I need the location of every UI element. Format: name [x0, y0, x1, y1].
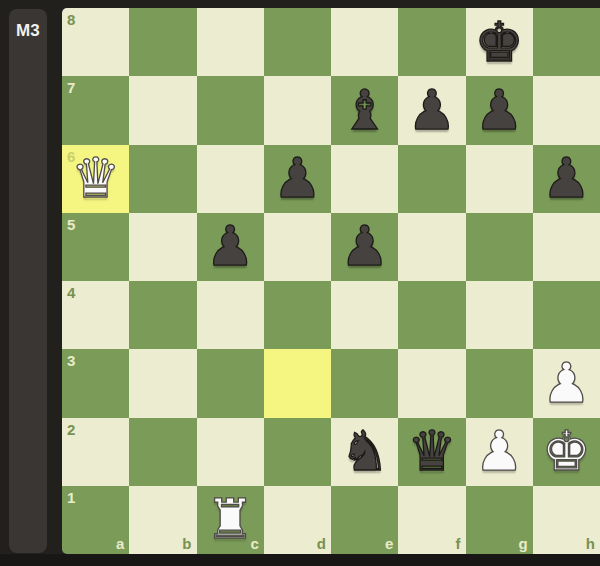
square-h7[interactable] — [533, 76, 600, 144]
square-h8[interactable] — [533, 8, 600, 76]
square-b8[interactable] — [129, 8, 196, 76]
square-d6[interactable]: ♟ — [264, 145, 331, 213]
file-label-d: d — [317, 536, 326, 551]
square-g6[interactable] — [466, 145, 533, 213]
square-f3[interactable] — [398, 349, 465, 417]
square-a6[interactable]: 6♛ — [62, 145, 129, 213]
square-d4[interactable] — [264, 281, 331, 349]
square-d2[interactable] — [264, 418, 331, 486]
square-a3[interactable]: 3 — [62, 349, 129, 417]
square-g7[interactable]: ♟ — [466, 76, 533, 144]
rank-label-2: 2 — [67, 422, 75, 437]
square-f6[interactable] — [398, 145, 465, 213]
file-label-f: f — [456, 536, 461, 551]
square-c1[interactable]: c♜ — [197, 486, 264, 554]
piece-white-king-h2[interactable]: ♚ — [533, 418, 600, 486]
chess-board: 8♚7♝♟♟6♛♟♟5♟♟43♟2♞♛♟♚1abc♜defgh — [62, 8, 600, 554]
square-f1[interactable]: f — [398, 486, 465, 554]
square-c8[interactable] — [197, 8, 264, 76]
file-label-e: e — [385, 536, 393, 551]
square-d3[interactable] — [264, 349, 331, 417]
mate-in-3-badge: M3 — [9, 9, 47, 41]
puzzle-screen: M3 8♚7♝♟♟6♛♟♟5♟♟43♟2♞♛♟♚1abc♜defgh — [0, 0, 600, 566]
square-b5[interactable] — [129, 213, 196, 281]
square-f2[interactable]: ♛ — [398, 418, 465, 486]
square-e1[interactable]: e — [331, 486, 398, 554]
piece-black-bishop-e7[interactable]: ♝ — [331, 76, 398, 144]
square-d7[interactable] — [264, 76, 331, 144]
file-label-b: b — [182, 536, 191, 551]
square-g4[interactable] — [466, 281, 533, 349]
square-e3[interactable] — [331, 349, 398, 417]
rank-label-1: 1 — [67, 490, 75, 505]
square-e2[interactable]: ♞ — [331, 418, 398, 486]
square-a1[interactable]: 1a — [62, 486, 129, 554]
square-f7[interactable]: ♟ — [398, 76, 465, 144]
square-e5[interactable]: ♟ — [331, 213, 398, 281]
square-c3[interactable] — [197, 349, 264, 417]
square-b1[interactable]: b — [129, 486, 196, 554]
piece-black-pawn-c5[interactable]: ♟ — [197, 213, 264, 281]
square-a7[interactable]: 7 — [62, 76, 129, 144]
square-c7[interactable] — [197, 76, 264, 144]
square-f8[interactable] — [398, 8, 465, 76]
square-g8[interactable]: ♚ — [466, 8, 533, 76]
square-g2[interactable]: ♟ — [466, 418, 533, 486]
rank-label-4: 4 — [67, 285, 75, 300]
square-e6[interactable] — [331, 145, 398, 213]
square-e4[interactable] — [331, 281, 398, 349]
square-h2[interactable]: ♚ — [533, 418, 600, 486]
piece-black-pawn-g7[interactable]: ♟ — [466, 76, 533, 144]
square-g3[interactable] — [466, 349, 533, 417]
piece-white-queen-a6[interactable]: ♛ — [62, 145, 129, 213]
rank-label-8: 8 — [67, 12, 75, 27]
square-d5[interactable] — [264, 213, 331, 281]
square-e7[interactable]: ♝ — [331, 76, 398, 144]
square-h6[interactable]: ♟ — [533, 145, 600, 213]
square-a2[interactable]: 2 — [62, 418, 129, 486]
rank-label-7: 7 — [67, 80, 75, 95]
square-f4[interactable] — [398, 281, 465, 349]
piece-black-knight-e2[interactable]: ♞ — [331, 418, 398, 486]
sidebar-panel: M3 — [9, 9, 47, 553]
file-label-h: h — [586, 536, 595, 551]
square-b2[interactable] — [129, 418, 196, 486]
square-b6[interactable] — [129, 145, 196, 213]
rank-label-3: 3 — [67, 353, 75, 368]
file-label-a: a — [116, 536, 124, 551]
square-h4[interactable] — [533, 281, 600, 349]
square-c5[interactable]: ♟ — [197, 213, 264, 281]
piece-white-rook-c1[interactable]: ♜ — [197, 486, 264, 554]
square-a8[interactable]: 8 — [62, 8, 129, 76]
piece-white-pawn-h3[interactable]: ♟ — [533, 349, 600, 417]
piece-white-pawn-g2[interactable]: ♟ — [466, 418, 533, 486]
piece-black-pawn-d6[interactable]: ♟ — [264, 145, 331, 213]
square-h1[interactable]: h — [533, 486, 600, 554]
square-d8[interactable] — [264, 8, 331, 76]
piece-black-queen-f2[interactable]: ♛ — [398, 418, 465, 486]
piece-black-king-g8[interactable]: ♚ — [466, 8, 533, 76]
square-a4[interactable]: 4 — [62, 281, 129, 349]
square-d1[interactable]: d — [264, 486, 331, 554]
square-g5[interactable] — [466, 213, 533, 281]
square-b7[interactable] — [129, 76, 196, 144]
piece-black-pawn-f7[interactable]: ♟ — [398, 76, 465, 144]
square-b3[interactable] — [129, 349, 196, 417]
rank-label-5: 5 — [67, 217, 75, 232]
square-b4[interactable] — [129, 281, 196, 349]
square-g1[interactable]: g — [466, 486, 533, 554]
square-c2[interactable] — [197, 418, 264, 486]
square-c4[interactable] — [197, 281, 264, 349]
square-f5[interactable] — [398, 213, 465, 281]
file-label-g: g — [519, 536, 528, 551]
square-a5[interactable]: 5 — [62, 213, 129, 281]
square-h5[interactable] — [533, 213, 600, 281]
piece-black-pawn-h6[interactable]: ♟ — [533, 145, 600, 213]
square-e8[interactable] — [331, 8, 398, 76]
square-h3[interactable]: ♟ — [533, 349, 600, 417]
piece-black-pawn-e5[interactable]: ♟ — [331, 213, 398, 281]
square-c6[interactable] — [197, 145, 264, 213]
board-bottom-bar — [0, 554, 600, 566]
